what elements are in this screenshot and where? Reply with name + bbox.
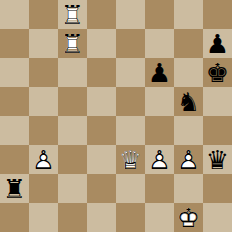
square-g6[interactable]	[174, 58, 203, 87]
square-d2[interactable]	[87, 174, 116, 203]
square-g2[interactable]	[174, 174, 203, 203]
black-knight[interactable]: ♞	[174, 87, 203, 116]
square-a4[interactable]	[0, 116, 29, 145]
white-king-outline: ♔	[174, 203, 203, 232]
square-a5[interactable]	[0, 87, 29, 116]
square-c6[interactable]	[58, 58, 87, 87]
square-f8[interactable]	[145, 0, 174, 29]
white-pawn-outline: ♙	[29, 145, 58, 174]
square-f3[interactable]: ♟♙	[145, 145, 174, 174]
black-pawn[interactable]: ♟	[203, 29, 232, 58]
square-f6[interactable]: ♟	[145, 58, 174, 87]
square-e6[interactable]	[116, 58, 145, 87]
square-b1[interactable]	[29, 203, 58, 232]
square-f2[interactable]	[145, 174, 174, 203]
white-rook[interactable]: ♜♖	[58, 29, 87, 58]
square-a1[interactable]	[0, 203, 29, 232]
square-f7[interactable]	[145, 29, 174, 58]
square-h7[interactable]: ♟	[203, 29, 232, 58]
black-pawn[interactable]: ♟	[145, 58, 174, 87]
square-b4[interactable]	[29, 116, 58, 145]
square-e7[interactable]	[116, 29, 145, 58]
square-d4[interactable]	[87, 116, 116, 145]
square-e5[interactable]	[116, 87, 145, 116]
square-e2[interactable]	[116, 174, 145, 203]
square-d8[interactable]	[87, 0, 116, 29]
white-pawn-outline: ♙	[145, 145, 174, 174]
square-h5[interactable]	[203, 87, 232, 116]
square-a6[interactable]	[0, 58, 29, 87]
square-e1[interactable]	[116, 203, 145, 232]
square-c2[interactable]	[58, 174, 87, 203]
square-g4[interactable]	[174, 116, 203, 145]
square-h8[interactable]	[203, 0, 232, 29]
square-a8[interactable]	[0, 0, 29, 29]
square-f1[interactable]	[145, 203, 174, 232]
square-h1[interactable]	[203, 203, 232, 232]
white-queen-outline: ♕	[116, 145, 145, 174]
square-d3[interactable]	[87, 145, 116, 174]
square-g3[interactable]: ♟♙	[174, 145, 203, 174]
black-king[interactable]: ♚	[203, 58, 232, 87]
white-queen[interactable]: ♛♕	[116, 145, 145, 174]
square-f5[interactable]	[145, 87, 174, 116]
square-h4[interactable]	[203, 116, 232, 145]
square-a7[interactable]	[0, 29, 29, 58]
square-b6[interactable]	[29, 58, 58, 87]
square-h2[interactable]	[203, 174, 232, 203]
square-g5[interactable]: ♞	[174, 87, 203, 116]
white-rook-outline: ♖	[58, 0, 87, 29]
black-rook-glyph: ♜	[0, 174, 29, 203]
square-f4[interactable]	[145, 116, 174, 145]
square-g1[interactable]: ♚♔	[174, 203, 203, 232]
white-pawn[interactable]: ♟♙	[174, 145, 203, 174]
square-h3[interactable]: ♛	[203, 145, 232, 174]
black-rook[interactable]: ♜	[0, 174, 29, 203]
white-pawn[interactable]: ♟♙	[145, 145, 174, 174]
black-pawn-glyph: ♟	[203, 29, 232, 58]
square-c7[interactable]: ♜♖	[58, 29, 87, 58]
square-a2[interactable]: ♜	[0, 174, 29, 203]
white-pawn[interactable]: ♟♙	[29, 145, 58, 174]
square-c1[interactable]	[58, 203, 87, 232]
square-b2[interactable]	[29, 174, 58, 203]
square-b8[interactable]	[29, 0, 58, 29]
square-c8[interactable]: ♜♖	[58, 0, 87, 29]
black-king-glyph: ♚	[203, 58, 232, 87]
square-b5[interactable]	[29, 87, 58, 116]
square-g7[interactable]	[174, 29, 203, 58]
white-rook-outline: ♖	[58, 29, 87, 58]
square-h6[interactable]: ♚	[203, 58, 232, 87]
square-e3[interactable]: ♛♕	[116, 145, 145, 174]
square-b7[interactable]	[29, 29, 58, 58]
white-rook[interactable]: ♜♖	[58, 0, 87, 29]
square-g8[interactable]	[174, 0, 203, 29]
chess-board: ♜♖♜♖♟♟♚♞♟♙♛♕♟♙♟♙♛♜♚♔	[0, 0, 232, 232]
square-d6[interactable]	[87, 58, 116, 87]
black-pawn-glyph: ♟	[145, 58, 174, 87]
square-b3[interactable]: ♟♙	[29, 145, 58, 174]
black-knight-glyph: ♞	[174, 87, 203, 116]
square-d1[interactable]	[87, 203, 116, 232]
square-d7[interactable]	[87, 29, 116, 58]
black-queen[interactable]: ♛	[203, 145, 232, 174]
square-c3[interactable]	[58, 145, 87, 174]
square-e4[interactable]	[116, 116, 145, 145]
white-king[interactable]: ♚♔	[174, 203, 203, 232]
white-pawn-outline: ♙	[174, 145, 203, 174]
black-queen-glyph: ♛	[203, 145, 232, 174]
square-c5[interactable]	[58, 87, 87, 116]
square-e8[interactable]	[116, 0, 145, 29]
square-c4[interactable]	[58, 116, 87, 145]
square-d5[interactable]	[87, 87, 116, 116]
square-a3[interactable]	[0, 145, 29, 174]
